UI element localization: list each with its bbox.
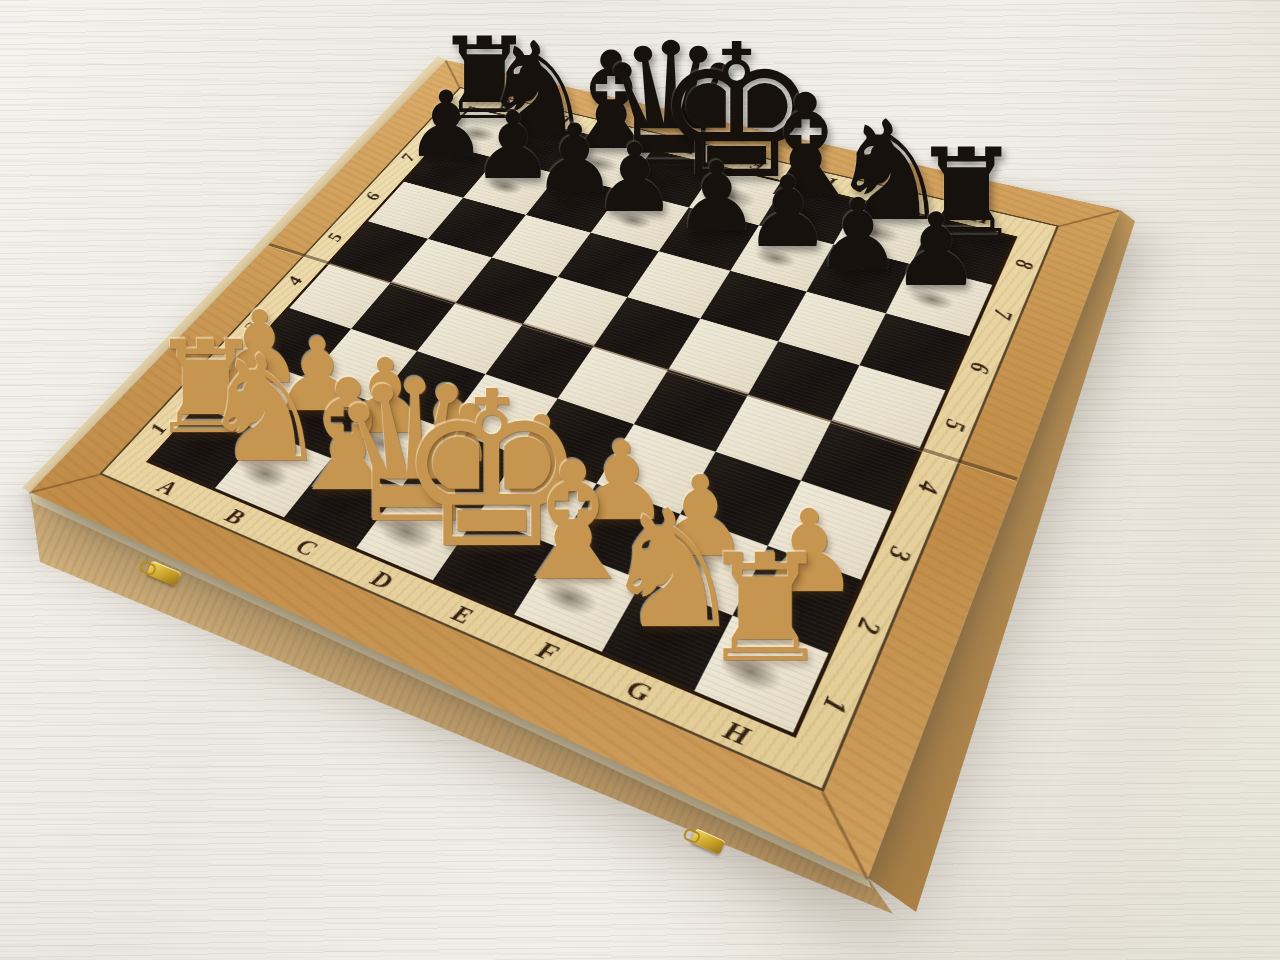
frame-mitre-joint: [1058, 210, 1121, 227]
piece-shadow: [278, 397, 347, 439]
piece-shadow: [416, 157, 474, 185]
piece-shadow: [746, 569, 831, 627]
piece-shadow: [215, 373, 282, 413]
frame-mitre-joint: [445, 60, 461, 88]
piece-shadow: [817, 260, 886, 296]
piece-shadow: [656, 536, 738, 590]
piece-shadow: [492, 476, 568, 525]
piece-shadow: [537, 188, 598, 218]
piece-shadow: [670, 222, 735, 255]
piece-shadow: [914, 231, 994, 272]
piece-shadow: [346, 422, 417, 466]
piece-shadow: [701, 636, 803, 710]
piece-shadow: [417, 448, 490, 495]
piece-shadow: [572, 505, 651, 557]
piece-shadow: [896, 281, 967, 319]
piece-shadow: [742, 241, 809, 276]
photo-chess-scene: AABBCCDDEEFFGGHH8877665544332211 ♜♞♝♟♛♟♚…: [0, 0, 1280, 960]
piece-shadow: [762, 195, 839, 233]
piece-shadow: [444, 118, 510, 149]
piece-shadow: [475, 172, 535, 201]
piece-shadow: [602, 205, 665, 237]
